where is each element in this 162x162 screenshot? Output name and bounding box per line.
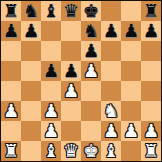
square-c3[interactable]: ♟ — [41, 101, 61, 121]
piece-black-rook: ♜ — [3, 1, 19, 21]
square-f2[interactable]: ♟ — [101, 121, 121, 141]
piece-white-pawn: ♟ — [103, 121, 119, 141]
square-a4[interactable] — [1, 81, 21, 101]
piece-black-pawn: ♟ — [103, 21, 119, 41]
piece-white-king: ♚ — [83, 141, 99, 161]
piece-white-bishop: ♝ — [43, 141, 59, 161]
square-f3[interactable]: ♞ — [101, 101, 121, 121]
chess-board-frame: ♜♞♝♛♚♜♟♟♞♟♟♟♟♟♟♟♟♟♟♞♟♟♟♟♜♝♛♚♝♜ — [0, 0, 162, 162]
piece-black-king: ♚ — [83, 1, 99, 21]
square-h6[interactable] — [141, 41, 161, 61]
square-h7[interactable]: ♟ — [141, 21, 161, 41]
piece-black-rook: ♜ — [143, 1, 159, 21]
piece-white-queen: ♛ — [63, 141, 79, 161]
piece-white-pawn: ♟ — [43, 121, 59, 141]
square-e3[interactable] — [81, 101, 101, 121]
square-c5[interactable]: ♟ — [41, 61, 61, 81]
square-h1[interactable]: ♜ — [141, 141, 161, 161]
square-e1[interactable]: ♚ — [81, 141, 101, 161]
square-b2[interactable] — [21, 121, 41, 141]
square-b5[interactable] — [21, 61, 41, 81]
square-e2[interactable] — [81, 121, 101, 141]
piece-white-rook: ♜ — [3, 141, 19, 161]
square-e4[interactable] — [81, 81, 101, 101]
square-a2[interactable] — [1, 121, 21, 141]
piece-white-pawn: ♟ — [43, 101, 59, 121]
square-a5[interactable] — [1, 61, 21, 81]
piece-black-pawn: ♟ — [83, 41, 99, 61]
piece-black-knight: ♞ — [83, 21, 99, 41]
square-f1[interactable]: ♝ — [101, 141, 121, 161]
square-h4[interactable] — [141, 81, 161, 101]
square-e8[interactable]: ♚ — [81, 1, 101, 21]
square-d2[interactable] — [61, 121, 81, 141]
square-h8[interactable]: ♜ — [141, 1, 161, 21]
square-d6[interactable] — [61, 41, 81, 61]
piece-black-bishop: ♝ — [43, 1, 59, 21]
piece-black-pawn: ♟ — [143, 21, 159, 41]
square-c8[interactable]: ♝ — [41, 1, 61, 21]
piece-black-pawn: ♟ — [63, 61, 79, 81]
piece-white-rook: ♜ — [143, 141, 159, 161]
square-h2[interactable]: ♟ — [141, 121, 161, 141]
square-g2[interactable]: ♟ — [121, 121, 141, 141]
piece-white-pawn: ♟ — [63, 81, 79, 101]
square-b4[interactable] — [21, 81, 41, 101]
square-a7[interactable]: ♟ — [1, 21, 21, 41]
piece-white-knight: ♞ — [103, 101, 119, 121]
square-f8[interactable] — [101, 1, 121, 21]
piece-white-pawn: ♟ — [83, 61, 99, 81]
piece-white-pawn: ♟ — [3, 101, 19, 121]
square-d1[interactable]: ♛ — [61, 141, 81, 161]
piece-black-pawn: ♟ — [43, 61, 59, 81]
square-h5[interactable] — [141, 61, 161, 81]
square-f5[interactable] — [101, 61, 121, 81]
square-c7[interactable] — [41, 21, 61, 41]
square-a3[interactable]: ♟ — [1, 101, 21, 121]
chess-board: ♜♞♝♛♚♜♟♟♞♟♟♟♟♟♟♟♟♟♟♞♟♟♟♟♜♝♛♚♝♜ — [1, 1, 161, 161]
piece-white-pawn: ♟ — [123, 121, 139, 141]
square-d5[interactable]: ♟ — [61, 61, 81, 81]
square-f4[interactable] — [101, 81, 121, 101]
square-c6[interactable] — [41, 41, 61, 61]
square-e6[interactable]: ♟ — [81, 41, 101, 61]
square-g5[interactable] — [121, 61, 141, 81]
piece-black-knight: ♞ — [23, 1, 39, 21]
square-c4[interactable] — [41, 81, 61, 101]
square-f6[interactable] — [101, 41, 121, 61]
piece-black-pawn: ♟ — [23, 21, 39, 41]
square-b8[interactable]: ♞ — [21, 1, 41, 21]
square-g4[interactable] — [121, 81, 141, 101]
square-h3[interactable] — [141, 101, 161, 121]
square-d3[interactable] — [61, 101, 81, 121]
square-g6[interactable] — [121, 41, 141, 61]
square-a8[interactable]: ♜ — [1, 1, 21, 21]
square-d4[interactable]: ♟ — [61, 81, 81, 101]
square-g1[interactable] — [121, 141, 141, 161]
square-c1[interactable]: ♝ — [41, 141, 61, 161]
square-f7[interactable]: ♟ — [101, 21, 121, 41]
square-b3[interactable] — [21, 101, 41, 121]
square-a6[interactable] — [1, 41, 21, 61]
piece-black-pawn: ♟ — [123, 21, 139, 41]
square-e5[interactable]: ♟ — [81, 61, 101, 81]
square-d8[interactable]: ♛ — [61, 1, 81, 21]
square-g7[interactable]: ♟ — [121, 21, 141, 41]
square-b7[interactable]: ♟ — [21, 21, 41, 41]
square-e7[interactable]: ♞ — [81, 21, 101, 41]
piece-white-bishop: ♝ — [103, 141, 119, 161]
square-g8[interactable] — [121, 1, 141, 21]
square-g3[interactable] — [121, 101, 141, 121]
square-b6[interactable] — [21, 41, 41, 61]
square-d7[interactable] — [61, 21, 81, 41]
square-a1[interactable]: ♜ — [1, 141, 21, 161]
piece-black-pawn: ♟ — [3, 21, 19, 41]
square-c2[interactable]: ♟ — [41, 121, 61, 141]
piece-black-queen: ♛ — [63, 1, 79, 21]
square-b1[interactable] — [21, 141, 41, 161]
piece-white-pawn: ♟ — [143, 121, 159, 141]
